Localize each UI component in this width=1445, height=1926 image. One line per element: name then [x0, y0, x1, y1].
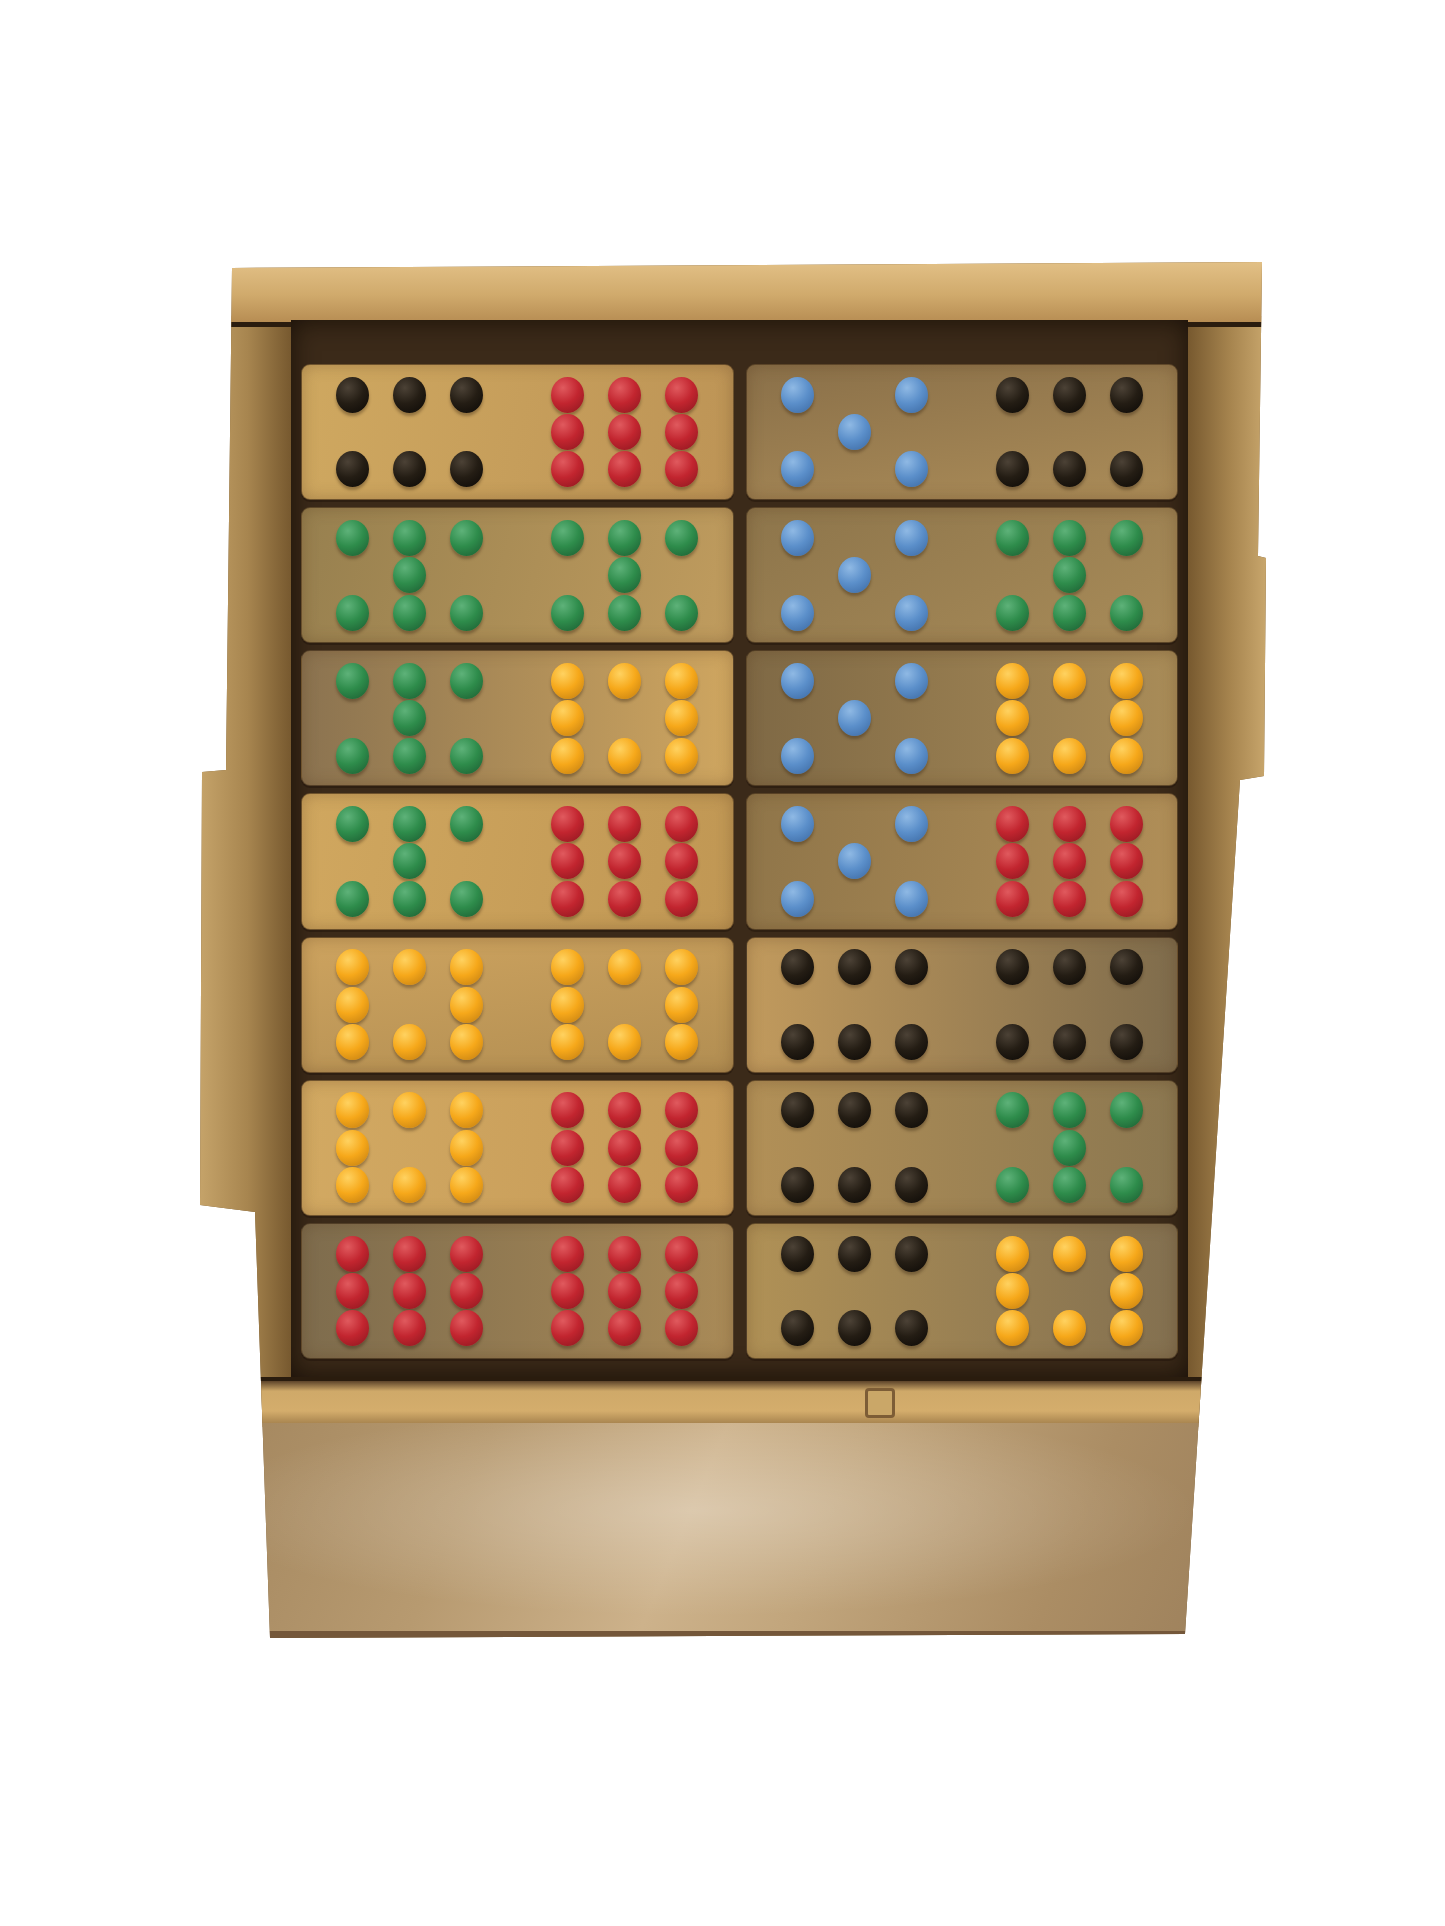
- pip-cell: [826, 700, 883, 737]
- tile-half-right-9: [962, 794, 1177, 928]
- pip-cell: [1041, 1092, 1098, 1129]
- pip-cell: [883, 1166, 940, 1203]
- pip-cell: [653, 451, 710, 488]
- domino-tile-8-9[interactable]: [301, 1080, 734, 1216]
- pip-cell: [653, 1272, 710, 1309]
- pip-cell: [883, 986, 940, 1023]
- pip-yellow: [551, 738, 584, 774]
- domino-box-photo: [0, 0, 1445, 1926]
- pip-green: [336, 595, 369, 631]
- pip-cell: [883, 1310, 940, 1347]
- pip-blue: [895, 451, 928, 487]
- pip-cell: [826, 1129, 883, 1166]
- pip-green: [393, 595, 426, 631]
- pip-cell: [539, 805, 596, 842]
- pip-cell: [883, 949, 940, 986]
- pip-cell: [324, 805, 381, 842]
- pip-cell: [653, 1310, 710, 1347]
- pip-yellow: [1110, 700, 1143, 736]
- pip-red: [608, 377, 641, 413]
- pip-green: [1053, 520, 1086, 556]
- pip-cell: [826, 880, 883, 917]
- pip-yellow: [1110, 1273, 1143, 1309]
- pip-cell: [984, 413, 1041, 450]
- pip-cell: [1041, 1272, 1098, 1309]
- pip-cell: [826, 805, 883, 842]
- pip-cell: [381, 662, 438, 699]
- pip-yellow: [996, 1236, 1029, 1272]
- pip-cell: [769, 662, 826, 699]
- pip-black: [895, 1236, 928, 1272]
- pip-cell: [984, 700, 1041, 737]
- pip-yellow: [996, 738, 1029, 774]
- pip-cell: [324, 949, 381, 986]
- pip-cell: [826, 737, 883, 774]
- pip-blue: [895, 806, 928, 842]
- pip-cell: [984, 1166, 1041, 1203]
- pip-red: [1053, 806, 1086, 842]
- pip-cell: [883, 413, 940, 450]
- pip-cell: [883, 700, 940, 737]
- domino-tile-9-9[interactable]: [301, 1223, 734, 1359]
- pip-green: [996, 1092, 1029, 1128]
- pip-cell: [596, 1092, 653, 1129]
- pip-cell: [438, 451, 495, 488]
- pip-yellow: [551, 987, 584, 1023]
- pip-cell: [984, 662, 1041, 699]
- domino-tile-5-8[interactable]: [746, 650, 1179, 786]
- pip-cell: [1098, 880, 1155, 917]
- pip-green: [393, 520, 426, 556]
- pip-black: [838, 1310, 871, 1346]
- pip-red: [665, 1273, 698, 1309]
- pip-green: [1053, 557, 1086, 593]
- pip-cell: [883, 843, 940, 880]
- pip-black: [838, 1092, 871, 1128]
- pip-black: [1110, 377, 1143, 413]
- pip-black: [393, 377, 426, 413]
- pip-cell: [826, 557, 883, 594]
- tile-half-left-5: [747, 794, 962, 928]
- pip-cell: [438, 413, 495, 450]
- pip-cell: [596, 1310, 653, 1347]
- pip-cell: [381, 451, 438, 488]
- pip-cell: [381, 519, 438, 556]
- wooden-storage-box: [195, 262, 1266, 1638]
- domino-tile-5-9[interactable]: [746, 793, 1179, 929]
- pip-cell: [381, 700, 438, 737]
- pip-red: [665, 881, 698, 917]
- box-front-face: [195, 1423, 1266, 1638]
- pip-cell: [1098, 700, 1155, 737]
- pip-cell: [596, 451, 653, 488]
- pip-red: [1110, 881, 1143, 917]
- pip-yellow: [551, 700, 584, 736]
- pip-cell: [984, 843, 1041, 880]
- pip-cell: [653, 1166, 710, 1203]
- pip-black: [781, 1310, 814, 1346]
- pip-cell: [539, 451, 596, 488]
- pip-cell: [769, 519, 826, 556]
- domino-tile-5-6[interactable]: [746, 364, 1179, 500]
- pip-cell: [826, 986, 883, 1023]
- pip-cell: [381, 1310, 438, 1347]
- pip-blue: [895, 377, 928, 413]
- pip-green: [336, 520, 369, 556]
- pip-yellow: [393, 949, 426, 985]
- pip-yellow: [1110, 663, 1143, 699]
- pip-red: [608, 414, 641, 450]
- pip-cell: [1041, 880, 1098, 917]
- pip-blue: [781, 881, 814, 917]
- pip-black: [1110, 451, 1143, 487]
- pip-black: [336, 377, 369, 413]
- pip-black: [838, 949, 871, 985]
- domino-tile-6-9[interactable]: [301, 364, 734, 500]
- pip-yellow: [608, 949, 641, 985]
- pip-red: [551, 1092, 584, 1128]
- pip-cell: [324, 737, 381, 774]
- pip-cell: [1098, 1023, 1155, 1060]
- pip-cell: [653, 1129, 710, 1166]
- pip-black: [336, 451, 369, 487]
- domino-tile-6-7[interactable]: [746, 1080, 1179, 1216]
- pip-green: [551, 595, 584, 631]
- pip-cell: [769, 949, 826, 986]
- pip-cell: [324, 519, 381, 556]
- pip-cell: [596, 557, 653, 594]
- pip-cell: [984, 594, 1041, 631]
- pip-cell: [653, 557, 710, 594]
- pip-yellow: [450, 949, 483, 985]
- pip-cell: [1041, 805, 1098, 842]
- pip-cell: [769, 880, 826, 917]
- pip-green: [996, 595, 1029, 631]
- pip-yellow: [336, 1092, 369, 1128]
- pip-yellow: [336, 1024, 369, 1060]
- tile-half-right-8: [962, 651, 1177, 785]
- pip-yellow: [1053, 663, 1086, 699]
- pip-blue: [895, 595, 928, 631]
- pip-blue: [895, 881, 928, 917]
- pip-cell: [596, 843, 653, 880]
- pip-yellow: [1053, 1236, 1086, 1272]
- tray-front-rail: [225, 1377, 1232, 1427]
- pip-black: [996, 451, 1029, 487]
- pip-red: [665, 451, 698, 487]
- pip-cell: [596, 1129, 653, 1166]
- pip-cell: [381, 805, 438, 842]
- pip-red: [551, 1236, 584, 1272]
- pip-red: [551, 414, 584, 450]
- pip-red: [336, 1273, 369, 1309]
- pip-cell: [984, 805, 1041, 842]
- pip-yellow: [665, 949, 698, 985]
- pip-cell: [1098, 451, 1155, 488]
- pip-green: [450, 595, 483, 631]
- pip-green: [336, 663, 369, 699]
- pip-cell: [653, 376, 710, 413]
- pip-yellow: [1110, 738, 1143, 774]
- pip-cell: [324, 700, 381, 737]
- pip-black: [996, 1024, 1029, 1060]
- pip-yellow: [1053, 1310, 1086, 1346]
- pip-cell: [1098, 662, 1155, 699]
- pip-cell: [984, 1310, 1041, 1347]
- pip-yellow: [393, 1092, 426, 1128]
- pip-green: [1053, 1092, 1086, 1128]
- pip-black: [838, 1024, 871, 1060]
- pip-black: [781, 949, 814, 985]
- pip-cell: [539, 1310, 596, 1347]
- pip-red: [551, 1130, 584, 1166]
- pip-cell: [596, 1166, 653, 1203]
- pip-red: [608, 1273, 641, 1309]
- pip-green: [393, 843, 426, 879]
- pip-red: [665, 843, 698, 879]
- tile-half-left-8: [302, 1081, 517, 1215]
- pip-cell: [1041, 1166, 1098, 1203]
- pip-cell: [653, 662, 710, 699]
- pip-yellow: [996, 1310, 1029, 1346]
- pip-cell: [381, 1092, 438, 1129]
- pip-yellow: [336, 987, 369, 1023]
- tile-half-right-8: [517, 651, 732, 785]
- pip-cell: [769, 1129, 826, 1166]
- pip-cell: [324, 413, 381, 450]
- pip-cell: [826, 451, 883, 488]
- pip-yellow: [450, 1167, 483, 1203]
- pip-cell: [1098, 1272, 1155, 1309]
- pip-cell: [381, 376, 438, 413]
- domino-tile-7-8[interactable]: [301, 650, 734, 786]
- pip-cell: [883, 1023, 940, 1060]
- tile-half-right-8: [517, 938, 732, 1072]
- pip-cell: [1041, 1235, 1098, 1272]
- pip-cell: [438, 376, 495, 413]
- pip-green: [450, 663, 483, 699]
- pip-red: [665, 1310, 698, 1346]
- pip-blue: [781, 520, 814, 556]
- pip-cell: [596, 662, 653, 699]
- domino-tile-7-9[interactable]: [301, 793, 734, 929]
- pip-cell: [1098, 594, 1155, 631]
- pip-yellow: [336, 1130, 369, 1166]
- domino-tile-8-8[interactable]: [301, 937, 734, 1073]
- domino-tile-5-7[interactable]: [746, 507, 1179, 643]
- pip-red: [665, 1236, 698, 1272]
- pip-cell: [539, 376, 596, 413]
- pip-blue: [781, 738, 814, 774]
- pip-red: [551, 377, 584, 413]
- pip-red: [1110, 806, 1143, 842]
- pip-cell: [1098, 519, 1155, 556]
- pip-red: [608, 1236, 641, 1272]
- pip-cell: [653, 1092, 710, 1129]
- pip-cell: [883, 1092, 940, 1129]
- pip-cell: [438, 949, 495, 986]
- pip-cell: [539, 986, 596, 1023]
- pip-cell: [653, 519, 710, 556]
- pip-cell: [1098, 1235, 1155, 1272]
- pip-cell: [883, 662, 940, 699]
- pip-cell: [826, 1092, 883, 1129]
- pip-black: [895, 1092, 928, 1128]
- pip-red: [996, 881, 1029, 917]
- tile-half-left-8: [302, 938, 517, 1072]
- pip-cell: [324, 1023, 381, 1060]
- tile-half-left-9: [302, 1224, 517, 1358]
- pip-yellow: [665, 663, 698, 699]
- pip-red: [608, 881, 641, 917]
- pip-cell: [883, 594, 940, 631]
- pip-cell: [596, 880, 653, 917]
- pip-cell: [596, 413, 653, 450]
- pip-cell: [1041, 737, 1098, 774]
- pip-cell: [653, 843, 710, 880]
- pip-cell: [381, 557, 438, 594]
- pip-cell: [324, 1129, 381, 1166]
- pip-blue: [895, 520, 928, 556]
- pip-green: [450, 738, 483, 774]
- tile-half-right-8: [962, 1224, 1177, 1358]
- pip-black: [895, 949, 928, 985]
- pip-cell: [883, 805, 940, 842]
- pip-cell: [438, 1235, 495, 1272]
- pip-cell: [1041, 1129, 1098, 1166]
- pip-red: [450, 1273, 483, 1309]
- pip-cell: [539, 737, 596, 774]
- pip-red: [336, 1310, 369, 1346]
- pip-cell: [984, 949, 1041, 986]
- pip-cell: [826, 1235, 883, 1272]
- domino-tile-7-7[interactable]: [301, 507, 734, 643]
- pip-cell: [1041, 1310, 1098, 1347]
- pip-blue: [838, 557, 871, 593]
- pip-red: [996, 843, 1029, 879]
- pip-cell: [539, 594, 596, 631]
- pip-red: [551, 843, 584, 879]
- pip-cell: [381, 413, 438, 450]
- pip-cell: [883, 1235, 940, 1272]
- pip-cell: [381, 880, 438, 917]
- pip-cell: [539, 700, 596, 737]
- pip-black: [781, 1236, 814, 1272]
- pip-red: [996, 806, 1029, 842]
- tile-half-left-6: [747, 938, 962, 1072]
- pip-cell: [1098, 557, 1155, 594]
- pip-cell: [324, 1092, 381, 1129]
- pip-black: [895, 1310, 928, 1346]
- pip-green: [1110, 1092, 1143, 1128]
- pip-black: [838, 1167, 871, 1203]
- pip-cell: [883, 557, 940, 594]
- domino-tile-6-6[interactable]: [746, 937, 1179, 1073]
- pip-red: [665, 1167, 698, 1203]
- pip-cell: [883, 451, 940, 488]
- pip-red: [608, 806, 641, 842]
- pip-yellow: [665, 987, 698, 1023]
- pip-cell: [883, 376, 940, 413]
- pip-cell: [1098, 805, 1155, 842]
- pip-cell: [596, 986, 653, 1023]
- pip-cell: [596, 519, 653, 556]
- pip-cell: [324, 376, 381, 413]
- pip-cell: [438, 805, 495, 842]
- pip-cell: [381, 1235, 438, 1272]
- pip-blue: [781, 595, 814, 631]
- pip-green: [996, 520, 1029, 556]
- pip-yellow: [665, 700, 698, 736]
- pip-cell: [1041, 451, 1098, 488]
- pip-cell: [1098, 1092, 1155, 1129]
- pip-red: [551, 451, 584, 487]
- pip-cell: [324, 557, 381, 594]
- pip-green: [1110, 520, 1143, 556]
- pip-cell: [324, 843, 381, 880]
- box-left-wall: [195, 316, 291, 1423]
- pip-cell: [1098, 843, 1155, 880]
- pip-cell: [438, 843, 495, 880]
- pip-cell: [1041, 594, 1098, 631]
- pip-red: [665, 377, 698, 413]
- pip-cell: [1098, 1166, 1155, 1203]
- pip-cell: [653, 1235, 710, 1272]
- pip-cell: [1041, 700, 1098, 737]
- tile-half-right-6: [962, 365, 1177, 499]
- pip-cell: [324, 1310, 381, 1347]
- pip-cell: [769, 737, 826, 774]
- pip-cell: [438, 700, 495, 737]
- pip-yellow: [1110, 1236, 1143, 1272]
- pip-cell: [539, 880, 596, 917]
- pip-green: [1110, 595, 1143, 631]
- pip-cell: [539, 843, 596, 880]
- pip-cell: [653, 805, 710, 842]
- pip-green: [1053, 1167, 1086, 1203]
- pip-cell: [826, 1272, 883, 1309]
- pip-cell: [984, 376, 1041, 413]
- pip-cell: [1041, 949, 1098, 986]
- pip-black: [781, 1024, 814, 1060]
- pip-cell: [539, 1235, 596, 1272]
- pip-cell: [769, 1272, 826, 1309]
- pip-blue: [781, 377, 814, 413]
- pip-black: [996, 949, 1029, 985]
- pip-cell: [1041, 662, 1098, 699]
- pip-green: [665, 595, 698, 631]
- pip-black: [1053, 949, 1086, 985]
- pip-cell: [1098, 1129, 1155, 1166]
- pip-red: [1053, 881, 1086, 917]
- pip-cell: [381, 986, 438, 1023]
- pip-cell: [826, 413, 883, 450]
- pip-yellow: [1110, 1310, 1143, 1346]
- pip-yellow: [1053, 738, 1086, 774]
- pip-cell: [324, 662, 381, 699]
- pip-yellow: [450, 1130, 483, 1166]
- domino-tile-6-8[interactable]: [746, 1223, 1179, 1359]
- pip-cell: [769, 1166, 826, 1203]
- box-top-rail: [195, 262, 1266, 327]
- pip-cell: [1098, 949, 1155, 986]
- pip-green: [393, 806, 426, 842]
- pip-cell: [381, 737, 438, 774]
- pip-yellow: [996, 663, 1029, 699]
- pip-cell: [596, 1023, 653, 1060]
- pip-cell: [984, 880, 1041, 917]
- pip-cell: [1041, 557, 1098, 594]
